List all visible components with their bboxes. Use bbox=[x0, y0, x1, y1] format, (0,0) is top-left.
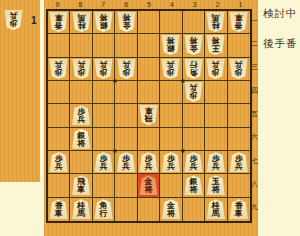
sente-piece[interactable]: 金将 bbox=[161, 199, 180, 219]
board-cell[interactable]: 歩兵 bbox=[160, 58, 182, 81]
board-cell[interactable] bbox=[205, 128, 227, 151]
board-cell[interactable]: 金将 bbox=[160, 198, 182, 221]
board-cell[interactable] bbox=[138, 128, 160, 151]
board-cell[interactable]: 桂馬 bbox=[205, 11, 227, 34]
board-cell[interactable]: 香車 bbox=[228, 198, 250, 221]
board-cell[interactable] bbox=[205, 81, 227, 104]
board-cell[interactable] bbox=[115, 174, 137, 197]
board-cell[interactable]: 歩兵 bbox=[93, 58, 115, 81]
gote-piece[interactable]: 歩兵 bbox=[229, 59, 248, 79]
board-cell[interactable]: 玉将 bbox=[205, 174, 227, 197]
board-cell[interactable]: 歩兵 bbox=[205, 151, 227, 174]
board-cell[interactable] bbox=[70, 81, 92, 104]
board-cell[interactable] bbox=[183, 104, 205, 127]
board-cell[interactable] bbox=[48, 34, 70, 57]
sente-piece[interactable]: 歩兵 bbox=[206, 152, 225, 172]
board-cell[interactable] bbox=[48, 128, 70, 151]
board-cell[interactable] bbox=[138, 58, 160, 81]
board-cell[interactable]: 香車 bbox=[48, 11, 70, 34]
board-cell[interactable]: 銀将 bbox=[183, 174, 205, 197]
board-cell[interactable] bbox=[70, 34, 92, 57]
gote-piece[interactable]: 桂馬 bbox=[72, 12, 91, 32]
board-cell[interactable] bbox=[48, 174, 70, 197]
sente-piece[interactable]: 桂馬 bbox=[72, 199, 91, 219]
gote-captured-stand: 歩兵 1 bbox=[0, 0, 40, 182]
file-label: 8 bbox=[69, 0, 92, 9]
board-cell[interactable]: 金将 bbox=[115, 11, 137, 34]
board-cell[interactable]: 歩兵 bbox=[183, 81, 205, 104]
board-cell[interactable]: 金将 bbox=[138, 174, 160, 197]
board-cell[interactable]: 歩兵 bbox=[183, 151, 205, 174]
sente-piece[interactable]: 歩兵 bbox=[117, 152, 136, 172]
gote-piece[interactable]: 歩兵 bbox=[184, 82, 203, 102]
board-cell[interactable]: 歩兵 bbox=[48, 151, 70, 174]
sente-piece[interactable]: 歩兵 bbox=[72, 105, 91, 125]
gote-piece[interactable]: 銀将 bbox=[94, 12, 113, 32]
board-cell[interactable] bbox=[138, 11, 160, 34]
board-cell[interactable] bbox=[228, 34, 250, 57]
gote-piece[interactable]: 金将 bbox=[117, 12, 136, 32]
board-cell[interactable]: 歩兵 bbox=[160, 151, 182, 174]
sente-piece[interactable]: 桂馬 bbox=[206, 199, 225, 219]
sente-piece[interactable]: 歩兵 bbox=[229, 152, 248, 172]
board-cell[interactable]: 桂馬 bbox=[70, 198, 92, 221]
file-label: 2 bbox=[206, 0, 229, 9]
board-cell[interactable]: 歩兵 bbox=[70, 104, 92, 127]
file-label: 9 bbox=[46, 0, 69, 9]
board-cell[interactable]: 歩兵 bbox=[138, 151, 160, 174]
sente-piece[interactable]: 角行 bbox=[94, 199, 113, 219]
sente-piece[interactable]: 玉将 bbox=[206, 175, 225, 195]
board-cell[interactable] bbox=[115, 104, 137, 127]
file-label: 5 bbox=[138, 0, 161, 9]
board-cell[interactable]: 歩兵 bbox=[205, 58, 227, 81]
gote-hand-count: 1 bbox=[31, 15, 37, 26]
board-cell[interactable] bbox=[183, 198, 205, 221]
board-cell[interactable] bbox=[228, 174, 250, 197]
board-cell[interactable] bbox=[183, 11, 205, 34]
gote-piece[interactable]: 歩兵 bbox=[49, 59, 68, 79]
board-cell[interactable]: 香車 bbox=[48, 198, 70, 221]
board-cell[interactable] bbox=[93, 128, 115, 151]
sente-piece[interactable]: 飛車 bbox=[72, 175, 91, 195]
board-cell[interactable] bbox=[160, 128, 182, 151]
board-cell[interactable]: 歩兵 bbox=[93, 151, 115, 174]
board-cell[interactable]: 歩兵 bbox=[228, 58, 250, 81]
board-cell[interactable] bbox=[48, 104, 70, 127]
board-cell[interactable] bbox=[205, 104, 227, 127]
gote-piece[interactable]: 銀将 bbox=[161, 35, 180, 55]
board-cell[interactable]: 王将 bbox=[205, 34, 227, 57]
sente-piece[interactable]: 歩兵 bbox=[161, 152, 180, 172]
board-cell[interactable] bbox=[138, 81, 160, 104]
shogi-analysis-window: 歩兵 1 987654321 香車桂馬銀将金将桂馬香車銀将金将王将歩兵歩兵歩兵歩… bbox=[0, 0, 300, 236]
board-cell[interactable]: 金将 bbox=[183, 34, 205, 57]
gote-piece[interactable]: 角行 bbox=[184, 59, 203, 79]
file-label: 3 bbox=[183, 0, 206, 9]
board-cell[interactable] bbox=[115, 81, 137, 104]
board-cell[interactable] bbox=[93, 174, 115, 197]
star-point bbox=[182, 150, 185, 153]
turn-indicator-label: 後手番 bbox=[263, 37, 298, 51]
gote-piece[interactable]: 歩兵 bbox=[94, 59, 113, 79]
gote-piece[interactable]: 歩兵 bbox=[161, 59, 180, 79]
gote-piece[interactable]: 歩兵 bbox=[72, 59, 91, 79]
board-cell[interactable] bbox=[228, 104, 250, 127]
board-cell[interactable]: 銀将 bbox=[70, 128, 92, 151]
board-cell[interactable] bbox=[93, 34, 115, 57]
board-cell[interactable]: 歩兵 bbox=[228, 151, 250, 174]
board-cell[interactable]: 歩兵 bbox=[70, 58, 92, 81]
board-cell[interactable] bbox=[115, 198, 137, 221]
gote-piece[interactable]: 王将 bbox=[206, 35, 225, 55]
board-cell[interactable]: 桂馬 bbox=[205, 198, 227, 221]
status-analyzing-label: 検討中 bbox=[263, 7, 298, 21]
board-cell[interactable] bbox=[138, 34, 160, 57]
board-cell[interactable] bbox=[48, 81, 70, 104]
sente-piece[interactable]: 歩兵 bbox=[49, 152, 68, 172]
star-point bbox=[114, 150, 117, 153]
gote-piece[interactable]: 桂馬 bbox=[206, 12, 225, 32]
board-cell[interactable]: 角行 bbox=[93, 198, 115, 221]
board-panel: 987654321 香車桂馬銀将金将桂馬香車銀将金将王将歩兵歩兵歩兵歩兵歩兵角行… bbox=[44, 0, 258, 236]
info-panel bbox=[258, 0, 300, 236]
gote-piece[interactable]: 歩兵 bbox=[4, 10, 23, 30]
sente-piece[interactable]: 歩兵 bbox=[184, 152, 203, 172]
board-cell[interactable]: 銀将 bbox=[93, 11, 115, 34]
gote-piece[interactable]: 歩兵 bbox=[206, 59, 225, 79]
board-cell[interactable] bbox=[70, 151, 92, 174]
board-cell[interactable]: 飛車 bbox=[138, 104, 160, 127]
sente-piece[interactable]: 銀将 bbox=[184, 175, 203, 195]
board-cell[interactable] bbox=[183, 128, 205, 151]
sente-piece[interactable]: 歩兵 bbox=[139, 152, 158, 172]
file-label: 7 bbox=[92, 0, 115, 9]
star-point bbox=[182, 80, 185, 83]
file-label: 4 bbox=[160, 0, 183, 9]
board-cell[interactable] bbox=[115, 128, 137, 151]
board-cell[interactable]: 歩兵 bbox=[48, 58, 70, 81]
board-cell[interactable]: 香車 bbox=[228, 11, 250, 34]
sente-piece[interactable]: 銀将 bbox=[72, 129, 91, 149]
gote-hand-slot[interactable]: 歩兵 bbox=[4, 10, 23, 30]
file-labels: 987654321 bbox=[46, 0, 252, 9]
board-cell[interactable]: 桂馬 bbox=[70, 11, 92, 34]
gote-piece[interactable]: 飛車 bbox=[139, 105, 158, 125]
board-cell[interactable] bbox=[160, 81, 182, 104]
star-point bbox=[114, 80, 117, 83]
board-cell[interactable]: 歩兵 bbox=[115, 58, 137, 81]
board-cell[interactable] bbox=[228, 128, 250, 151]
gote-piece[interactable]: 金将 bbox=[184, 35, 203, 55]
sente-piece[interactable]: 香車 bbox=[229, 199, 248, 219]
board-cell[interactable] bbox=[228, 81, 250, 104]
gote-piece[interactable]: 香車 bbox=[229, 12, 248, 32]
gote-piece[interactable]: 香車 bbox=[49, 12, 68, 32]
board-cell[interactable] bbox=[93, 104, 115, 127]
board-cell[interactable]: 飛車 bbox=[70, 174, 92, 197]
board-cell[interactable] bbox=[138, 198, 160, 221]
board-cell[interactable]: 銀将 bbox=[160, 34, 182, 57]
board-cell[interactable] bbox=[93, 81, 115, 104]
board-grid: 香車桂馬銀将金将桂馬香車銀将金将王将歩兵歩兵歩兵歩兵歩兵角行歩兵歩兵歩兵歩兵飛車… bbox=[46, 9, 252, 223]
gote-piece[interactable]: 歩兵 bbox=[117, 59, 136, 79]
board-cell[interactable] bbox=[160, 174, 182, 197]
board-cell[interactable]: 歩兵 bbox=[115, 151, 137, 174]
board-cell[interactable]: 角行 bbox=[183, 58, 205, 81]
sente-piece[interactable]: 金将 bbox=[139, 175, 158, 195]
board-cell[interactable] bbox=[160, 11, 182, 34]
sente-piece[interactable]: 歩兵 bbox=[94, 152, 113, 172]
file-label: 1 bbox=[229, 0, 252, 9]
board-cell[interactable] bbox=[115, 34, 137, 57]
board-cell[interactable] bbox=[160, 104, 182, 127]
sente-piece[interactable]: 香車 bbox=[49, 199, 68, 219]
file-label: 6 bbox=[115, 0, 138, 9]
